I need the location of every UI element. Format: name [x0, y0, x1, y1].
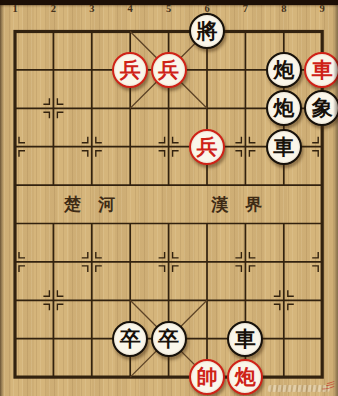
red-general[interactable]: 帥: [188, 358, 226, 396]
black-pawn-glyph: 卒: [151, 321, 187, 357]
black-pawn-glyph: 卒: [112, 321, 148, 357]
red-chariot[interactable]: 車: [303, 51, 338, 89]
black-chariot-glyph: 車: [266, 129, 302, 165]
black-elephant[interactable]: 象: [303, 89, 338, 127]
black-pawn[interactable]: 卒: [149, 319, 187, 357]
black-cannon-glyph: 炮: [266, 52, 302, 88]
red-general-glyph: 帥: [189, 359, 225, 395]
black-cannon[interactable]: 炮: [265, 51, 303, 89]
red-chariot-glyph: 車: [304, 52, 338, 88]
black-chariot[interactable]: 車: [265, 127, 303, 165]
red-cannon-glyph: 炮: [227, 359, 263, 395]
xiangqi-board-screenshot: 123456789 楚河 漢界 將兵兵炮車炮象兵車卒卒車帥炮 彡: [0, 0, 338, 396]
red-cannon[interactable]: 炮: [226, 358, 264, 396]
red-pawn[interactable]: 兵: [149, 51, 187, 89]
red-pawn[interactable]: 兵: [111, 51, 149, 89]
black-elephant-glyph: 象: [304, 90, 338, 126]
black-chariot-glyph: 車: [227, 321, 263, 357]
black-cannon-glyph: 炮: [266, 90, 302, 126]
black-chariot[interactable]: 車: [226, 319, 264, 357]
red-pawn-glyph: 兵: [189, 129, 225, 165]
pieces-grid: 將兵兵炮車炮象兵車卒卒車帥炮: [0, 12, 338, 396]
black-cannon[interactable]: 炮: [265, 89, 303, 127]
red-pawn-glyph: 兵: [112, 52, 148, 88]
black-general[interactable]: 將: [188, 12, 226, 50]
black-general-glyph: 將: [189, 13, 225, 49]
red-pawn[interactable]: 兵: [188, 127, 226, 165]
black-pawn[interactable]: 卒: [111, 319, 149, 357]
red-pawn-glyph: 兵: [151, 52, 187, 88]
